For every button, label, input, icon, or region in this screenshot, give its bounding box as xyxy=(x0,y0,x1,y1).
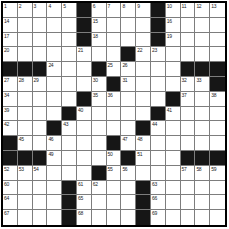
white-cell-r6c14[interactable]: 33 xyxy=(195,77,210,92)
clue-number: 60 xyxy=(4,181,9,187)
white-cell-r4c11[interactable]: 23 xyxy=(151,47,166,62)
white-cell-r2c8[interactable] xyxy=(107,18,122,33)
clue-number: 32 xyxy=(182,77,187,83)
white-cell-r3c5[interactable] xyxy=(62,33,77,48)
black-cell-r8c5 xyxy=(62,107,77,122)
white-cell-r15c4[interactable] xyxy=(47,210,62,225)
white-cell-r9c6[interactable] xyxy=(77,121,92,136)
clue-number: 52 xyxy=(4,166,9,172)
clue-number: 59 xyxy=(211,166,216,172)
black-cell-r14c10 xyxy=(136,195,151,210)
clue-number: 5 xyxy=(63,3,65,9)
white-cell-r8c12[interactable]: 41 xyxy=(166,107,181,122)
black-cell-r14c5 xyxy=(62,195,77,210)
white-cell-r2c1[interactable]: 14 xyxy=(3,18,18,33)
white-cell-r4c3[interactable] xyxy=(33,47,48,62)
white-cell-r1c5[interactable]: 5 xyxy=(62,3,77,18)
white-cell-r6c3[interactable]: 29 xyxy=(33,77,48,92)
white-cell-r1c8[interactable]: 7 xyxy=(107,3,122,18)
white-cell-r3c13[interactable] xyxy=(181,33,196,48)
white-cell-r14c8[interactable] xyxy=(107,195,122,210)
clue-number: 39 xyxy=(4,107,9,113)
white-cell-r15c13[interactable] xyxy=(181,210,196,225)
white-cell-r15c2[interactable] xyxy=(18,210,33,225)
white-cell-r5c6[interactable] xyxy=(77,62,92,77)
white-cell-r13c3[interactable] xyxy=(33,181,48,196)
clue-number: 56 xyxy=(122,166,127,172)
white-cell-r15c1[interactable]: 67 xyxy=(3,210,18,225)
white-cell-r10c5[interactable] xyxy=(62,136,77,151)
clue-number: 7 xyxy=(108,3,110,9)
white-cell-r9c8[interactable] xyxy=(107,121,122,136)
white-cell-r15c9[interactable] xyxy=(121,210,136,225)
clue-number: 17 xyxy=(4,33,9,39)
white-cell-r7c14[interactable] xyxy=(195,92,210,107)
clue-number: 51 xyxy=(137,151,142,157)
black-cell-r15c10 xyxy=(136,210,151,225)
clue-number: 68 xyxy=(78,210,83,216)
black-cell-r10c1 xyxy=(3,136,18,151)
clue-number: 9 xyxy=(137,3,139,9)
white-cell-r2c9[interactable] xyxy=(121,18,136,33)
clue-number: 41 xyxy=(167,107,172,113)
white-cell-r12c11[interactable] xyxy=(151,166,166,181)
white-cell-r4c12[interactable] xyxy=(166,47,181,62)
black-cell-r11c2 xyxy=(18,151,33,166)
black-cell-r10c8 xyxy=(107,136,122,151)
white-cell-r1c3[interactable]: 3 xyxy=(33,3,48,18)
white-cell-r12c4[interactable] xyxy=(47,166,62,181)
white-cell-r5c5[interactable] xyxy=(62,62,77,77)
crossword-grid: 1234567891011121314151617181920212223242… xyxy=(1,1,227,227)
white-cell-r12c12[interactable] xyxy=(166,166,181,181)
white-cell-r14c7[interactable] xyxy=(92,195,107,210)
black-cell-r3c6 xyxy=(77,33,92,48)
clue-number: 46 xyxy=(48,136,53,142)
white-cell-r8c3[interactable] xyxy=(33,107,48,122)
white-cell-r14c9[interactable] xyxy=(121,195,136,210)
white-cell-r3c9[interactable] xyxy=(121,33,136,48)
black-cell-r7c12 xyxy=(166,92,181,107)
clue-number: 34 xyxy=(4,92,9,98)
clue-number: 63 xyxy=(152,181,157,187)
black-cell-r4c9 xyxy=(121,47,136,62)
clue-number: 13 xyxy=(211,3,216,9)
clue-number: 33 xyxy=(196,77,201,83)
white-cell-r14c2[interactable] xyxy=(18,195,33,210)
clue-number: 69 xyxy=(152,210,157,216)
clue-number: 67 xyxy=(4,210,9,216)
white-cell-r8c10[interactable] xyxy=(136,107,151,122)
black-cell-r5c15 xyxy=(210,62,225,77)
white-cell-r6c13[interactable]: 32 xyxy=(181,77,196,92)
white-cell-r4c1[interactable]: 20 xyxy=(3,47,18,62)
white-cell-r4c4[interactable] xyxy=(47,47,62,62)
white-cell-r10c15[interactable] xyxy=(210,136,225,151)
white-cell-r15c12[interactable] xyxy=(166,210,181,225)
clue-number: 28 xyxy=(19,77,24,83)
clue-number: 44 xyxy=(152,121,157,127)
white-cell-r8c2[interactable] xyxy=(18,107,33,122)
white-cell-r5c8[interactable]: 25 xyxy=(107,62,122,77)
white-cell-r8c15[interactable] xyxy=(210,107,225,122)
white-cell-r10c13[interactable] xyxy=(181,136,196,151)
white-cell-r14c4[interactable] xyxy=(47,195,62,210)
white-cell-r15c15[interactable] xyxy=(210,210,225,225)
black-cell-r11c1 xyxy=(3,151,18,166)
white-cell-r13c1[interactable]: 60 xyxy=(3,181,18,196)
clue-number: 4 xyxy=(48,3,50,9)
white-cell-r7c5[interactable] xyxy=(62,92,77,107)
white-cell-r15c6[interactable]: 68 xyxy=(77,210,92,225)
white-cell-r3c7[interactable]: 18 xyxy=(92,33,107,48)
white-cell-r3c8[interactable] xyxy=(107,33,122,48)
white-cell-r12c9[interactable]: 56 xyxy=(121,166,136,181)
clue-number: 24 xyxy=(48,62,53,68)
clue-number: 57 xyxy=(182,166,187,172)
white-cell-r11c10[interactable]: 51 xyxy=(136,151,151,166)
white-cell-r1c4[interactable]: 4 xyxy=(47,3,62,18)
white-cell-r1c10[interactable]: 9 xyxy=(136,3,151,18)
white-cell-r4c7[interactable] xyxy=(92,47,107,62)
white-cell-r12c1[interactable]: 52 xyxy=(3,166,18,181)
white-cell-r4c13[interactable] xyxy=(181,47,196,62)
white-cell-r2c7[interactable]: 15 xyxy=(92,18,107,33)
white-cell-r2c14[interactable] xyxy=(195,18,210,33)
white-cell-r8c1[interactable]: 39 xyxy=(3,107,18,122)
clue-number: 35 xyxy=(93,92,98,98)
white-cell-r12c13[interactable]: 57 xyxy=(181,166,196,181)
white-cell-r2c3[interactable] xyxy=(33,18,48,33)
white-cell-r14c11[interactable]: 66 xyxy=(151,195,166,210)
white-cell-r9c5[interactable]: 43 xyxy=(62,121,77,136)
white-cell-r5c9[interactable]: 26 xyxy=(121,62,136,77)
white-cell-r14c13[interactable] xyxy=(181,195,196,210)
clue-number: 25 xyxy=(108,62,113,68)
white-cell-r11c7[interactable] xyxy=(92,151,107,166)
black-cell-r12c7 xyxy=(92,166,107,181)
white-cell-r6c11[interactable] xyxy=(151,77,166,92)
white-cell-r9c3[interactable] xyxy=(33,121,48,136)
white-cell-r4c8[interactable] xyxy=(107,47,122,62)
white-cell-r13c11[interactable]: 63 xyxy=(151,181,166,196)
white-cell-r1c7[interactable]: 6 xyxy=(92,3,107,18)
clue-number: 45 xyxy=(19,136,24,142)
black-cell-r5c7 xyxy=(92,62,107,77)
clue-number: 8 xyxy=(122,3,124,9)
clue-number: 19 xyxy=(167,33,172,39)
white-cell-r9c9[interactable] xyxy=(121,121,136,136)
white-cell-r13c2[interactable] xyxy=(18,181,33,196)
white-cell-r3c12[interactable]: 19 xyxy=(166,33,181,48)
white-cell-r8c4[interactable] xyxy=(47,107,62,122)
black-cell-r3c11 xyxy=(151,33,166,48)
white-cell-r6c2[interactable]: 28 xyxy=(18,77,33,92)
clue-number: 40 xyxy=(78,107,83,113)
white-cell-r1c15[interactable]: 13 xyxy=(210,3,225,18)
black-cell-r5c3 xyxy=(33,62,48,77)
white-cell-r10c4[interactable]: 46 xyxy=(47,136,62,151)
white-cell-r7c9[interactable] xyxy=(121,92,136,107)
white-cell-r2c15[interactable] xyxy=(210,18,225,33)
white-cell-r10c7[interactable] xyxy=(92,136,107,151)
white-cell-r12c10[interactable] xyxy=(136,166,151,181)
black-cell-r2c6 xyxy=(77,18,92,33)
white-cell-r14c15[interactable] xyxy=(210,195,225,210)
clue-number: 66 xyxy=(152,195,157,201)
white-cell-r7c8[interactable]: 36 xyxy=(107,92,122,107)
white-cell-r2c10[interactable] xyxy=(136,18,151,33)
clue-number: 6 xyxy=(93,3,95,9)
white-cell-r2c13[interactable] xyxy=(181,18,196,33)
white-cell-r11c5[interactable] xyxy=(62,151,77,166)
white-cell-r6c7[interactable]: 30 xyxy=(92,77,107,92)
clue-number: 61 xyxy=(78,181,83,187)
black-cell-r11c13 xyxy=(181,151,196,166)
white-cell-r13c12[interactable] xyxy=(166,181,181,196)
clue-number: 26 xyxy=(122,62,127,68)
black-cell-r9c4 xyxy=(47,121,62,136)
white-cell-r3c3[interactable] xyxy=(33,33,48,48)
clue-number: 48 xyxy=(137,136,142,142)
white-cell-r11c12[interactable] xyxy=(166,151,181,166)
clue-number: 14 xyxy=(4,18,9,24)
white-cell-r12c6[interactable] xyxy=(77,166,92,181)
clue-number: 65 xyxy=(78,195,83,201)
white-cell-r12c3[interactable]: 54 xyxy=(33,166,48,181)
white-cell-r3c10[interactable] xyxy=(136,33,151,48)
clue-number: 62 xyxy=(93,181,98,187)
white-cell-r6c9[interactable]: 31 xyxy=(121,77,136,92)
clue-number: 37 xyxy=(182,92,187,98)
white-cell-r7c2[interactable] xyxy=(18,92,33,107)
clue-number: 22 xyxy=(137,47,142,53)
white-cell-r10c14[interactable] xyxy=(195,136,210,151)
white-cell-r9c13[interactable] xyxy=(181,121,196,136)
white-cell-r9c7[interactable] xyxy=(92,121,107,136)
white-cell-r8c13[interactable] xyxy=(181,107,196,122)
white-cell-r12c2[interactable]: 53 xyxy=(18,166,33,181)
black-cell-r9c10 xyxy=(136,121,151,136)
white-cell-r4c2[interactable] xyxy=(18,47,33,62)
clue-number: 29 xyxy=(34,77,39,83)
white-cell-r4c14[interactable] xyxy=(195,47,210,62)
black-cell-r1c11 xyxy=(151,3,166,18)
white-cell-r4c5[interactable] xyxy=(62,47,77,62)
white-cell-r6c12[interactable] xyxy=(166,77,181,92)
clue-number: 27 xyxy=(4,77,9,83)
clue-number: 47 xyxy=(122,136,127,142)
white-cell-r7c7[interactable]: 35 xyxy=(92,92,107,107)
white-cell-r8c8[interactable] xyxy=(107,107,122,122)
white-cell-r9c15[interactable] xyxy=(210,121,225,136)
white-cell-r15c14[interactable] xyxy=(195,210,210,225)
black-cell-r6c8 xyxy=(107,77,122,92)
white-cell-r14c14[interactable] xyxy=(195,195,210,210)
white-cell-r3c2[interactable] xyxy=(18,33,33,48)
black-cell-r1c6 xyxy=(77,3,92,18)
white-cell-r13c9[interactable] xyxy=(121,181,136,196)
black-cell-r8c11 xyxy=(151,107,166,122)
white-cell-r10c12[interactable] xyxy=(166,136,181,151)
black-cell-r11c9 xyxy=(121,151,136,166)
white-cell-r3c4[interactable] xyxy=(47,33,62,48)
white-cell-r13c15[interactable] xyxy=(210,181,225,196)
white-cell-r8c6[interactable]: 40 xyxy=(77,107,92,122)
white-cell-r10c2[interactable]: 45 xyxy=(18,136,33,151)
white-cell-r8c7[interactable] xyxy=(92,107,107,122)
white-cell-r14c1[interactable]: 64 xyxy=(3,195,18,210)
black-cell-r7c6 xyxy=(77,92,92,107)
white-cell-r3c14[interactable] xyxy=(195,33,210,48)
white-cell-r7c10[interactable] xyxy=(136,92,151,107)
white-cell-r3c1[interactable]: 17 xyxy=(3,33,18,48)
white-cell-r6c10[interactable] xyxy=(136,77,151,92)
clue-number: 18 xyxy=(93,33,98,39)
white-cell-r1c9[interactable]: 8 xyxy=(121,3,136,18)
black-cell-r11c15 xyxy=(210,151,225,166)
clue-number: 2 xyxy=(19,3,21,9)
white-cell-r9c2[interactable] xyxy=(18,121,33,136)
clue-number: 21 xyxy=(78,47,83,53)
white-cell-r15c11[interactable]: 69 xyxy=(151,210,166,225)
white-cell-r4c10[interactable]: 22 xyxy=(136,47,151,62)
white-cell-r9c1[interactable]: 42 xyxy=(3,121,18,136)
white-cell-r11c8[interactable]: 50 xyxy=(107,151,122,166)
white-cell-r7c13[interactable]: 37 xyxy=(181,92,196,107)
white-cell-r3c15[interactable] xyxy=(210,33,225,48)
white-cell-r1c13[interactable]: 11 xyxy=(181,3,196,18)
white-cell-r8c14[interactable] xyxy=(195,107,210,122)
white-cell-r6c1[interactable]: 27 xyxy=(3,77,18,92)
white-cell-r13c7[interactable]: 62 xyxy=(92,181,107,196)
white-cell-r6c6[interactable] xyxy=(77,77,92,92)
black-cell-r2c11 xyxy=(151,18,166,33)
white-cell-r7c15[interactable]: 38 xyxy=(210,92,225,107)
white-cell-r13c14[interactable] xyxy=(195,181,210,196)
black-cell-r15c5 xyxy=(62,210,77,225)
white-cell-r13c8[interactable] xyxy=(107,181,122,196)
black-cell-r5c13 xyxy=(181,62,196,77)
clue-number: 55 xyxy=(108,166,113,172)
white-cell-r11c11[interactable] xyxy=(151,151,166,166)
white-cell-r15c7[interactable] xyxy=(92,210,107,225)
clue-number: 15 xyxy=(93,18,98,24)
clue-number: 50 xyxy=(108,151,113,157)
white-cell-r11c4[interactable]: 49 xyxy=(47,151,62,166)
white-cell-r2c2[interactable] xyxy=(18,18,33,33)
clue-number: 23 xyxy=(152,47,157,53)
white-cell-r11c6[interactable] xyxy=(77,151,92,166)
white-cell-r5c12[interactable] xyxy=(166,62,181,77)
clue-number: 49 xyxy=(48,151,53,157)
white-cell-r12c5[interactable] xyxy=(62,166,77,181)
white-cell-r7c1[interactable]: 34 xyxy=(3,92,18,107)
white-cell-r8c9[interactable] xyxy=(121,107,136,122)
white-cell-r1c1[interactable]: 1 xyxy=(3,3,18,18)
white-cell-r12c15[interactable]: 59 xyxy=(210,166,225,181)
white-cell-r5c10[interactable] xyxy=(136,62,151,77)
white-cell-r2c12[interactable]: 16 xyxy=(166,18,181,33)
clue-number: 20 xyxy=(4,47,9,53)
clue-number: 1 xyxy=(4,3,6,9)
white-cell-r2c4[interactable] xyxy=(47,18,62,33)
black-cell-r5c2 xyxy=(18,62,33,77)
clue-number: 53 xyxy=(19,166,24,172)
black-cell-r13c10 xyxy=(136,181,151,196)
white-cell-r14c12[interactable] xyxy=(166,195,181,210)
white-cell-r5c4[interactable]: 24 xyxy=(47,62,62,77)
clue-number: 54 xyxy=(34,166,39,172)
clue-number: 3 xyxy=(34,3,36,9)
clue-number: 58 xyxy=(196,166,201,172)
clue-number: 43 xyxy=(63,121,68,127)
white-cell-r12c14[interactable]: 58 xyxy=(195,166,210,181)
clue-number: 10 xyxy=(167,3,172,9)
white-cell-r14c6[interactable]: 65 xyxy=(77,195,92,210)
clue-number: 11 xyxy=(182,3,187,9)
white-cell-r6c5[interactable] xyxy=(62,77,77,92)
clue-number: 16 xyxy=(167,18,172,24)
white-cell-r1c14[interactable]: 12 xyxy=(195,3,210,18)
black-cell-r11c3 xyxy=(33,151,48,166)
black-cell-r11c14 xyxy=(195,151,210,166)
white-cell-r7c3[interactable] xyxy=(33,92,48,107)
black-cell-r5c1 xyxy=(3,62,18,77)
white-cell-r9c14[interactable] xyxy=(195,121,210,136)
clue-number: 12 xyxy=(196,3,201,9)
white-cell-r13c13[interactable] xyxy=(181,181,196,196)
white-cell-r14c3[interactable] xyxy=(33,195,48,210)
white-cell-r15c8[interactable] xyxy=(107,210,122,225)
white-cell-r10c6[interactable] xyxy=(77,136,92,151)
white-cell-r10c3[interactable] xyxy=(33,136,48,151)
clue-number: 31 xyxy=(122,77,127,83)
white-cell-r10c10[interactable]: 48 xyxy=(136,136,151,151)
white-cell-r4c6[interactable]: 21 xyxy=(77,47,92,62)
black-cell-r6c15 xyxy=(210,77,225,92)
white-cell-r2c5[interactable] xyxy=(62,18,77,33)
white-cell-r10c9[interactable]: 47 xyxy=(121,136,136,151)
clue-number: 36 xyxy=(108,92,113,98)
black-cell-r13c5 xyxy=(62,181,77,196)
white-cell-r1c12[interactable]: 10 xyxy=(166,3,181,18)
white-cell-r10c11[interactable] xyxy=(151,136,166,151)
white-cell-r4c15[interactable] xyxy=(210,47,225,62)
clue-number: 64 xyxy=(4,195,9,201)
white-cell-r6c4[interactable] xyxy=(47,77,62,92)
white-cell-r1c2[interactable]: 2 xyxy=(18,3,33,18)
white-cell-r7c11[interactable] xyxy=(151,92,166,107)
black-cell-r5c14 xyxy=(195,62,210,77)
white-cell-r13c6[interactable]: 61 xyxy=(77,181,92,196)
clue-number: 42 xyxy=(4,121,9,127)
clue-number: 38 xyxy=(211,92,216,98)
white-cell-r9c11[interactable]: 44 xyxy=(151,121,166,136)
white-cell-r9c12[interactable] xyxy=(166,121,181,136)
white-cell-r12c8[interactable]: 55 xyxy=(107,166,122,181)
white-cell-r5c11[interactable] xyxy=(151,62,166,77)
white-cell-r15c3[interactable] xyxy=(33,210,48,225)
clue-number: 30 xyxy=(93,77,98,83)
white-cell-r13c4[interactable] xyxy=(47,181,62,196)
white-cell-r7c4[interactable] xyxy=(47,92,62,107)
